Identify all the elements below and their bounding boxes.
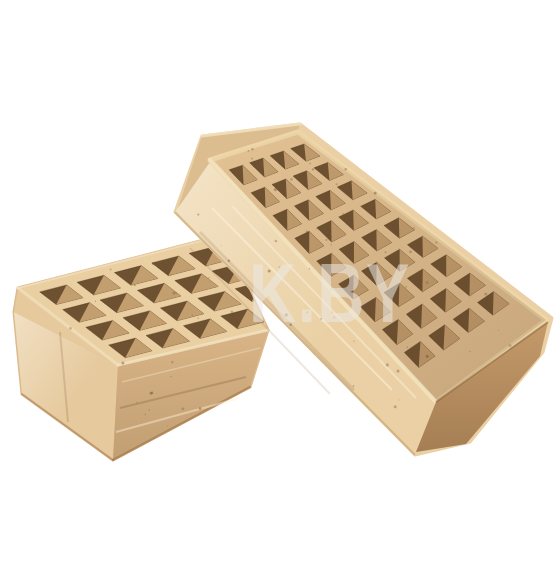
speckle [386,363,389,366]
speckle [159,284,160,285]
speckle [274,188,277,191]
speckle [229,319,232,322]
speckle [508,344,511,347]
speckle [171,361,173,363]
speckle [312,168,314,170]
speckle [342,213,344,215]
speckle [309,163,311,165]
speckle [325,239,327,241]
speckle [121,362,124,365]
speckle [336,183,338,185]
speckle [251,148,254,151]
speckle [248,150,250,152]
speckle [199,407,202,410]
speckle [320,230,321,231]
speckle [290,178,293,181]
speckle [208,277,210,279]
speckle [306,230,309,233]
speckle [136,402,137,403]
speckle [176,293,178,295]
speckle [426,355,429,358]
speckle [353,340,354,341]
speckle [353,385,355,387]
watermark-text: K.BY [249,246,411,340]
speckle [374,192,377,195]
speckle [167,425,168,426]
speckle [197,214,199,216]
speckle [413,227,415,229]
speckle [498,330,499,331]
speckle [95,301,96,302]
speckle [150,392,153,395]
brick-photo-canvas: K.BY [0,0,560,580]
speckle [396,369,399,372]
speckle [182,407,185,410]
speckle [412,242,413,243]
speckle [406,346,408,348]
speckle [171,376,172,377]
speckle [330,237,331,238]
speckle [144,414,146,416]
speckle [159,263,162,266]
speckle [172,291,175,294]
product-photo: K.BY [0,0,560,580]
speckle [197,318,198,319]
speckle [170,274,171,275]
speckle [149,409,150,410]
speckle [251,158,253,160]
speckle [152,262,155,265]
speckle [110,268,112,270]
speckle [316,228,318,230]
speckle [126,278,129,281]
speckle [399,399,400,400]
speckle [275,240,278,243]
speckle [484,292,487,295]
speckle [469,351,470,352]
speckle [426,281,429,284]
speckle [435,242,437,244]
speckle [192,314,193,315]
speckle [221,245,222,246]
speckle [415,282,416,283]
speckle [69,327,72,330]
speckle [344,168,346,170]
speckle [231,311,233,313]
speckle [394,405,397,408]
speckle [228,260,230,262]
speckle [134,284,136,286]
